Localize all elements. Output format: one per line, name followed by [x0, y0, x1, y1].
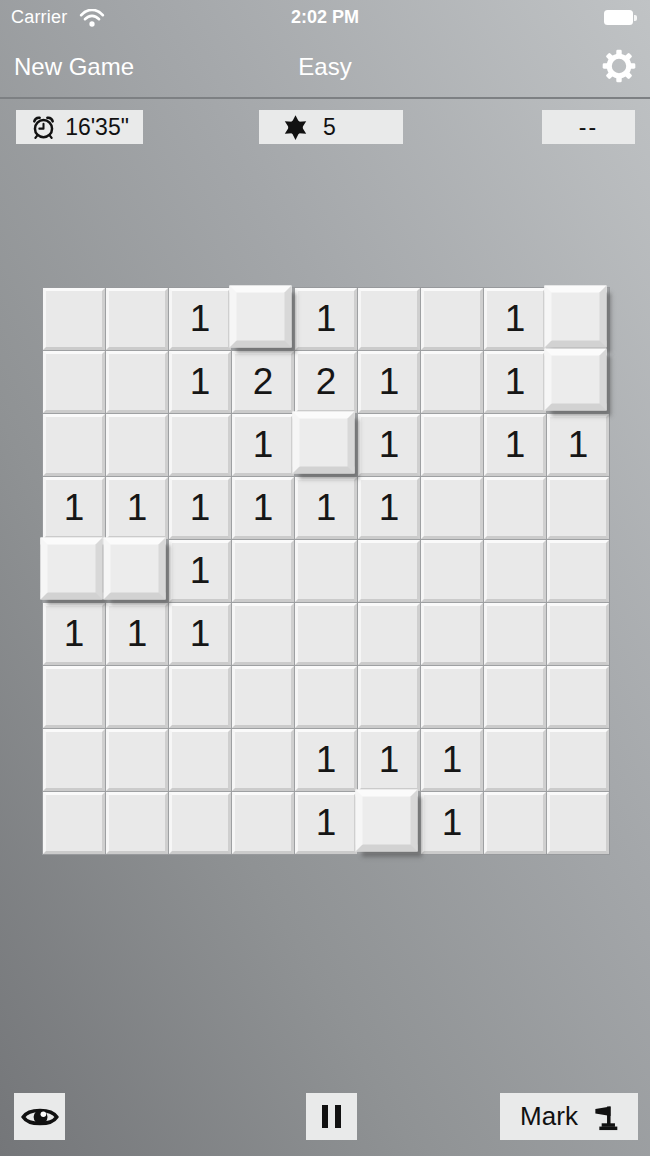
cell-r1c6[interactable]	[358, 288, 420, 350]
cell-r8c6[interactable]: 1	[358, 729, 420, 791]
cell-r8c4[interactable]	[232, 729, 294, 791]
best-time-value: --	[579, 114, 598, 141]
peek-button[interactable]	[14, 1093, 65, 1140]
cell-r8c1[interactable]	[43, 729, 105, 791]
battery-icon	[604, 10, 638, 25]
cell-r7c3[interactable]	[169, 666, 231, 728]
cell-r9c4[interactable]	[232, 792, 294, 854]
cell-r6c2[interactable]: 1	[106, 603, 168, 665]
cell-r5c7[interactable]	[421, 540, 483, 602]
cell-r2c1[interactable]	[43, 351, 105, 413]
cell-r8c8[interactable]	[484, 729, 546, 791]
cell-r8c5[interactable]: 1	[295, 729, 357, 791]
alarm-clock-icon	[30, 114, 57, 141]
battery-tip	[634, 15, 637, 21]
settings-button[interactable]	[600, 48, 638, 86]
cell-r5c3[interactable]: 1	[169, 540, 231, 602]
board: 111122111111111111111111111	[42, 287, 610, 855]
cell-r4c3[interactable]: 1	[169, 477, 231, 539]
cell-r6c5[interactable]	[295, 603, 357, 665]
cell-r1c5[interactable]: 1	[295, 288, 357, 350]
cell-r6c9[interactable]	[547, 603, 609, 665]
battery-body	[604, 10, 633, 25]
cell-r8c2[interactable]	[106, 729, 168, 791]
cell-r6c1[interactable]: 1	[43, 603, 105, 665]
mine-icon	[282, 114, 309, 141]
cell-r1c2[interactable]	[106, 288, 168, 350]
cell-r5c9[interactable]	[547, 540, 609, 602]
cell-r1c8[interactable]: 1	[484, 288, 546, 350]
cell-r6c7[interactable]	[421, 603, 483, 665]
cell-r7c4[interactable]	[232, 666, 294, 728]
timer-value: 16'35"	[65, 114, 129, 141]
cell-r5c5[interactable]	[295, 540, 357, 602]
mine-count-value: 5	[323, 114, 336, 141]
pause-icon	[322, 1105, 328, 1128]
cell-r7c6[interactable]	[358, 666, 420, 728]
cell-r6c4[interactable]	[232, 603, 294, 665]
nav-bar: New Game Easy	[0, 45, 650, 97]
cell-r9c6[interactable]	[356, 790, 418, 852]
mine-counter: 5	[259, 110, 403, 144]
cell-r2c7[interactable]	[421, 351, 483, 413]
cell-r6c3[interactable]: 1	[169, 603, 231, 665]
cell-r3c6[interactable]: 1	[358, 414, 420, 476]
cell-r5c1[interactable]	[41, 538, 103, 600]
cell-r4c6[interactable]: 1	[358, 477, 420, 539]
cell-r9c1[interactable]	[43, 792, 105, 854]
cell-r4c7[interactable]	[421, 477, 483, 539]
cell-r7c9[interactable]	[547, 666, 609, 728]
cell-r3c4[interactable]: 1	[232, 414, 294, 476]
cell-r7c2[interactable]	[106, 666, 168, 728]
cell-r6c6[interactable]	[358, 603, 420, 665]
cell-r3c8[interactable]: 1	[484, 414, 546, 476]
cell-r8c3[interactable]	[169, 729, 231, 791]
cell-r2c3[interactable]: 1	[169, 351, 231, 413]
cell-r1c4[interactable]	[230, 286, 292, 348]
mark-mode-button[interactable]: Mark	[500, 1093, 638, 1140]
pause-icon	[335, 1105, 341, 1128]
cell-r4c2[interactable]: 1	[106, 477, 168, 539]
cell-r3c9[interactable]: 1	[547, 414, 609, 476]
flag-icon	[590, 1103, 618, 1131]
cell-r1c1[interactable]	[43, 288, 105, 350]
cell-r5c8[interactable]	[484, 540, 546, 602]
cell-r8c9[interactable]	[547, 729, 609, 791]
cell-r7c5[interactable]	[295, 666, 357, 728]
cell-r9c2[interactable]	[106, 792, 168, 854]
cell-r9c7[interactable]: 1	[421, 792, 483, 854]
status-time: 2:02 PM	[0, 7, 650, 28]
cell-r2c6[interactable]: 1	[358, 351, 420, 413]
cell-r1c9[interactable]	[545, 286, 607, 348]
cell-r9c3[interactable]	[169, 792, 231, 854]
cell-r3c2[interactable]	[106, 414, 168, 476]
cell-r7c7[interactable]	[421, 666, 483, 728]
cell-r1c3[interactable]: 1	[169, 288, 231, 350]
cell-r3c7[interactable]	[421, 414, 483, 476]
cell-r4c9[interactable]	[547, 477, 609, 539]
cell-r4c8[interactable]	[484, 477, 546, 539]
cell-r2c2[interactable]	[106, 351, 168, 413]
difficulty-title: Easy	[0, 53, 650, 81]
cell-r9c9[interactable]	[547, 792, 609, 854]
mark-label: Mark	[520, 1101, 578, 1132]
cell-r7c8[interactable]	[484, 666, 546, 728]
cell-r8c7[interactable]: 1	[421, 729, 483, 791]
cell-r4c1[interactable]: 1	[43, 477, 105, 539]
cell-r4c4[interactable]: 1	[232, 477, 294, 539]
eye-icon	[21, 1103, 59, 1131]
cell-r3c1[interactable]	[43, 414, 105, 476]
cell-r5c4[interactable]	[232, 540, 294, 602]
status-bar: Carrier 2:02 PM	[0, 0, 650, 40]
gear-icon	[601, 48, 637, 84]
timer-display: 16'35"	[16, 110, 143, 144]
cell-r7c1[interactable]	[43, 666, 105, 728]
cell-r2c4[interactable]: 2	[232, 351, 294, 413]
cell-r9c8[interactable]	[484, 792, 546, 854]
cell-r3c3[interactable]	[169, 414, 231, 476]
app-screen: Carrier 2:02 PM New Game Easy	[0, 0, 650, 1156]
best-time-display: --	[542, 110, 635, 144]
cell-r5c6[interactable]	[358, 540, 420, 602]
cell-r9c5[interactable]: 1	[295, 792, 357, 854]
cell-r4c5[interactable]: 1	[295, 477, 357, 539]
cell-r1c7[interactable]	[421, 288, 483, 350]
cell-r5c2[interactable]	[104, 538, 166, 600]
pause-button[interactable]	[306, 1093, 357, 1140]
cell-r3c5[interactable]	[293, 412, 355, 474]
cell-r2c9[interactable]	[545, 349, 607, 411]
nav-separator	[0, 97, 650, 99]
cell-r6c8[interactable]	[484, 603, 546, 665]
cell-r2c5[interactable]: 2	[295, 351, 357, 413]
cell-r2c8[interactable]: 1	[484, 351, 546, 413]
